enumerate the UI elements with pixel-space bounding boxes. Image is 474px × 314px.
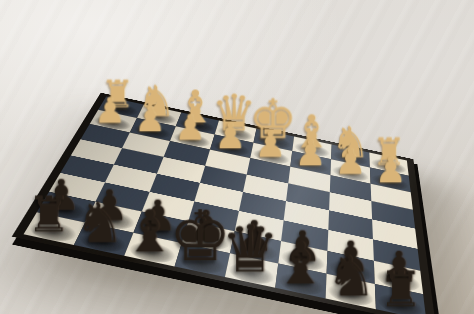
square-e4[interactable] bbox=[200, 166, 247, 192]
black-rook[interactable]: ♜ bbox=[359, 265, 443, 314]
photo-background: ♜♞♝♛♚♝♞♜♟♟♟♟♟♟♟♟♟♟♟♟♟♟♟♟♜♞♝♚♛♝♞♜ bbox=[0, 0, 474, 314]
white-pawn[interactable]: ♟ bbox=[357, 152, 424, 187]
square-a8[interactable]: ♜ bbox=[375, 284, 426, 314]
chessboard: ♜♞♝♛♚♝♞♜♟♟♟♟♟♟♟♟♟♟♟♟♟♟♟♟♜♞♝♚♛♝♞♜ bbox=[12, 93, 436, 314]
